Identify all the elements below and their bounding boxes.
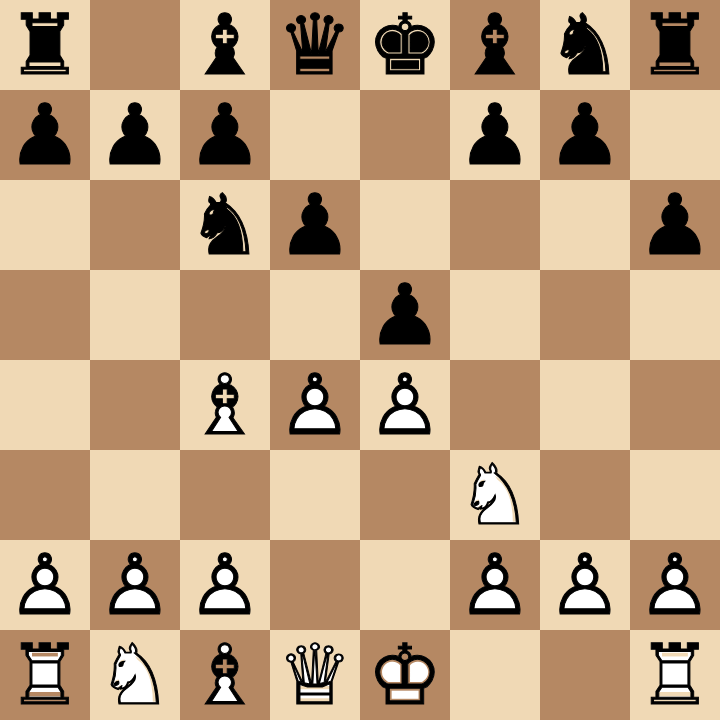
piece-glyph-outline: ♙ [90,540,180,630]
square-h1[interactable]: ♜♖ [630,630,720,720]
square-b6[interactable] [90,180,180,270]
piece-glyph-outline: ♙ [0,540,90,630]
square-a8[interactable]: ♜ [0,0,90,90]
square-a4[interactable] [0,360,90,450]
square-c7[interactable]: ♟ [180,90,270,180]
piece-glyph-fill: ♞ [180,180,270,270]
white-bishop[interactable]: ♝♗ [180,360,270,450]
square-h5[interactable] [630,270,720,360]
square-c2[interactable]: ♟♙ [180,540,270,630]
square-b1[interactable]: ♞♘ [90,630,180,720]
square-a5[interactable] [0,270,90,360]
white-rook[interactable]: ♜♖ [0,630,90,720]
piece-glyph-fill: ♝ [450,0,540,90]
square-e3[interactable] [360,450,450,540]
square-e5[interactable]: ♟ [360,270,450,360]
square-g8[interactable]: ♞ [540,0,630,90]
square-c5[interactable] [180,270,270,360]
black-rook[interactable]: ♜ [0,0,90,90]
white-knight[interactable]: ♞♘ [90,630,180,720]
square-g2[interactable]: ♟♙ [540,540,630,630]
black-pawn[interactable]: ♟ [450,90,540,180]
black-bishop[interactable]: ♝ [180,0,270,90]
square-h6[interactable]: ♟ [630,180,720,270]
black-rook[interactable]: ♜ [630,0,720,90]
square-f7[interactable]: ♟ [450,90,540,180]
square-e7[interactable] [360,90,450,180]
black-pawn[interactable]: ♟ [360,270,450,360]
piece-glyph-outline: ♘ [450,450,540,540]
square-h7[interactable] [630,90,720,180]
white-bishop[interactable]: ♝♗ [180,630,270,720]
white-queen[interactable]: ♛♕ [270,630,360,720]
square-b3[interactable] [90,450,180,540]
square-e6[interactable] [360,180,450,270]
black-king[interactable]: ♚ [360,0,450,90]
piece-glyph-outline: ♗ [180,630,270,720]
square-g7[interactable]: ♟ [540,90,630,180]
square-c1[interactable]: ♝♗ [180,630,270,720]
square-b4[interactable] [90,360,180,450]
piece-glyph-outline: ♖ [0,630,90,720]
chess-board: ♜♝♛♚♝♞♜♟♟♟♟♟♞♟♟♟♝♗♟♙♟♙♞♘♟♙♟♙♟♙♟♙♟♙♟♙♜♖♞♘… [0,0,720,720]
white-pawn[interactable]: ♟♙ [270,360,360,450]
piece-glyph-fill: ♟ [0,90,90,180]
piece-glyph-fill: ♟ [540,90,630,180]
piece-glyph-fill: ♝ [180,0,270,90]
square-d3[interactable] [270,450,360,540]
square-d8[interactable]: ♛ [270,0,360,90]
square-g4[interactable] [540,360,630,450]
piece-glyph-fill: ♟ [180,90,270,180]
piece-glyph-fill: ♜ [0,0,90,90]
white-pawn[interactable]: ♟♙ [0,540,90,630]
piece-glyph-fill: ♛ [270,0,360,90]
piece-glyph-fill: ♟ [90,90,180,180]
square-f6[interactable] [450,180,540,270]
square-a7[interactable]: ♟ [0,90,90,180]
square-a2[interactable]: ♟♙ [0,540,90,630]
white-pawn[interactable]: ♟♙ [360,360,450,450]
piece-glyph-fill: ♟ [360,270,450,360]
white-pawn[interactable]: ♟♙ [90,540,180,630]
square-a1[interactable]: ♜♖ [0,630,90,720]
white-pawn[interactable]: ♟♙ [540,540,630,630]
black-pawn[interactable]: ♟ [540,90,630,180]
square-f2[interactable]: ♟♙ [450,540,540,630]
piece-glyph-outline: ♙ [360,360,450,450]
square-b2[interactable]: ♟♙ [90,540,180,630]
piece-glyph-outline: ♔ [360,630,450,720]
piece-glyph-outline: ♗ [180,360,270,450]
piece-glyph-fill: ♞ [540,0,630,90]
square-a3[interactable] [0,450,90,540]
black-pawn[interactable]: ♟ [0,90,90,180]
white-king[interactable]: ♚♔ [360,630,450,720]
square-f3[interactable]: ♞♘ [450,450,540,540]
black-queen[interactable]: ♛ [270,0,360,90]
black-knight[interactable]: ♞ [540,0,630,90]
white-pawn[interactable]: ♟♙ [450,540,540,630]
white-pawn[interactable]: ♟♙ [180,540,270,630]
square-c6[interactable]: ♞ [180,180,270,270]
black-pawn[interactable]: ♟ [630,180,720,270]
square-d2[interactable] [270,540,360,630]
square-b8[interactable] [90,0,180,90]
square-b7[interactable]: ♟ [90,90,180,180]
piece-glyph-outline: ♙ [270,360,360,450]
piece-glyph-outline: ♙ [540,540,630,630]
piece-glyph-outline: ♙ [180,540,270,630]
square-g1[interactable] [540,630,630,720]
piece-glyph-fill: ♟ [450,90,540,180]
piece-glyph-outline: ♖ [630,630,720,720]
square-f8[interactable]: ♝ [450,0,540,90]
black-pawn[interactable]: ♟ [90,90,180,180]
square-d7[interactable] [270,90,360,180]
square-g3[interactable] [540,450,630,540]
square-d1[interactable]: ♛♕ [270,630,360,720]
white-pawn[interactable]: ♟♙ [630,540,720,630]
square-h3[interactable] [630,450,720,540]
white-knight[interactable]: ♞♘ [450,450,540,540]
square-e8[interactable]: ♚ [360,0,450,90]
black-pawn[interactable]: ♟ [180,90,270,180]
square-g5[interactable] [540,270,630,360]
piece-glyph-outline: ♕ [270,630,360,720]
piece-glyph-fill: ♜ [630,0,720,90]
square-c8[interactable]: ♝ [180,0,270,90]
black-pawn[interactable]: ♟ [270,180,360,270]
square-d5[interactable] [270,270,360,360]
square-d6[interactable]: ♟ [270,180,360,270]
square-e1[interactable]: ♚♔ [360,630,450,720]
square-f5[interactable] [450,270,540,360]
square-f4[interactable] [450,360,540,450]
square-e4[interactable]: ♟♙ [360,360,450,450]
square-f1[interactable] [450,630,540,720]
square-d4[interactable]: ♟♙ [270,360,360,450]
black-bishop[interactable]: ♝ [450,0,540,90]
white-rook[interactable]: ♜♖ [630,630,720,720]
square-c3[interactable] [180,450,270,540]
square-g6[interactable] [540,180,630,270]
piece-glyph-fill: ♚ [360,0,450,90]
square-b5[interactable] [90,270,180,360]
square-h4[interactable] [630,360,720,450]
square-c4[interactable]: ♝♗ [180,360,270,450]
piece-glyph-outline: ♘ [90,630,180,720]
square-h2[interactable]: ♟♙ [630,540,720,630]
piece-glyph-fill: ♟ [270,180,360,270]
square-h8[interactable]: ♜ [630,0,720,90]
piece-glyph-fill: ♟ [630,180,720,270]
black-knight[interactable]: ♞ [180,180,270,270]
square-e2[interactable] [360,540,450,630]
piece-glyph-outline: ♙ [450,540,540,630]
square-a6[interactable] [0,180,90,270]
piece-glyph-outline: ♙ [630,540,720,630]
